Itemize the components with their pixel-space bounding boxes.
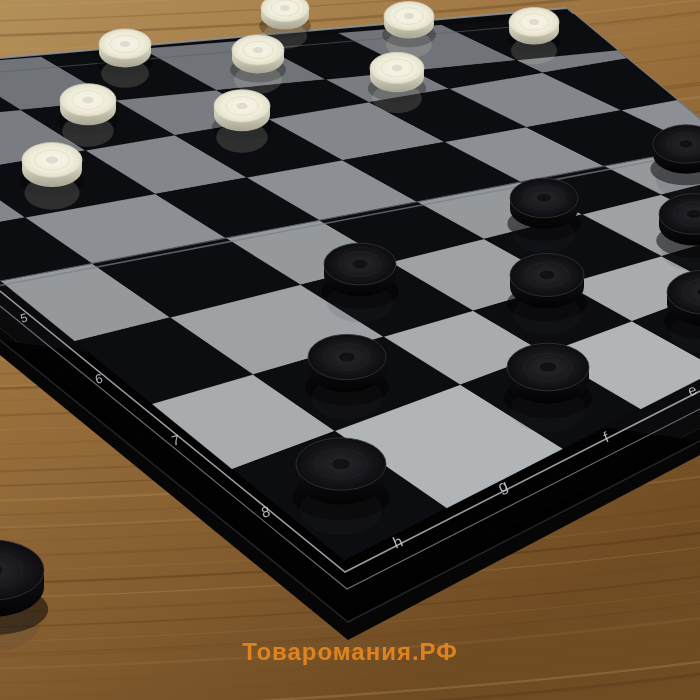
white-piece-g3 (20, 143, 85, 210)
piece-center (404, 13, 414, 19)
white-piece-d2 (230, 35, 286, 94)
piece-center (540, 362, 556, 372)
piece-center (120, 41, 130, 47)
piece-center (280, 5, 290, 11)
piece-center (253, 47, 263, 53)
board-scene: 5678hgfeТоваромания.РФ (0, 0, 700, 700)
black-piece-h8 (292, 438, 389, 535)
watermark: Товаромания.РФ (242, 638, 457, 665)
black-piece-d6 (507, 178, 580, 253)
piece-center (46, 157, 58, 164)
piece-center (392, 65, 403, 71)
white-piece-f2 (58, 84, 118, 147)
piece-center (537, 194, 551, 202)
black-piece-g7 (305, 334, 389, 419)
piece-center (529, 19, 539, 25)
black-piece-e7 (507, 254, 587, 335)
white-piece-b2 (382, 2, 436, 59)
white-piece-e3 (212, 90, 272, 153)
black-piece-f6 (321, 243, 399, 322)
checkers-product-photo: 5678hgfeТоваромания.РФ (0, 0, 700, 700)
white-piece-a1 (507, 8, 561, 65)
white-piece-e1 (97, 29, 153, 88)
piece-center (353, 260, 367, 268)
piece-center (339, 352, 355, 361)
white-piece-c3 (368, 52, 426, 113)
black-piece-f8 (504, 343, 593, 432)
piece-center (540, 271, 555, 280)
piece-center (82, 97, 93, 103)
piece-center (332, 459, 350, 469)
piece-center (236, 103, 247, 109)
piece-center (679, 140, 692, 148)
